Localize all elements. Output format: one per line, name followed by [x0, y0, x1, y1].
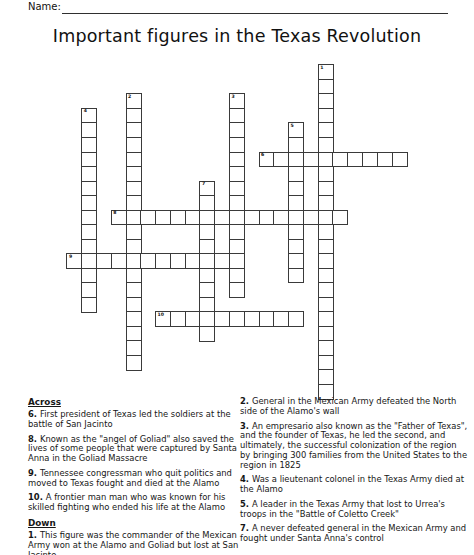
clue-number-label: 4	[84, 109, 87, 114]
clue-number-label: 7	[202, 182, 205, 187]
grid-cell[interactable]	[126, 268, 142, 284]
grid-cell[interactable]	[126, 224, 142, 240]
grid-cell[interactable]	[318, 210, 334, 226]
grid-cell[interactable]	[155, 253, 171, 269]
grid-cell[interactable]	[229, 108, 245, 124]
grid-cell[interactable]	[229, 239, 245, 255]
grid-cell[interactable]	[170, 311, 186, 327]
grid-cell[interactable]	[81, 137, 97, 153]
grid-cell[interactable]	[126, 326, 142, 342]
grid-cell[interactable]	[318, 152, 334, 168]
clue-number: 10.	[28, 492, 46, 502]
grid-cell[interactable]	[273, 311, 289, 327]
grid-cell[interactable]	[288, 195, 304, 211]
grid-cell[interactable]	[199, 311, 215, 327]
clue-number-label: 3	[231, 95, 234, 100]
grid-cell[interactable]: 1	[318, 64, 334, 80]
name-label: Name:	[28, 1, 61, 12]
grid-cell[interactable]	[244, 210, 260, 226]
grid-cell[interactable]	[318, 181, 334, 197]
grid-cell[interactable]	[170, 253, 186, 269]
grid-cell[interactable]	[318, 93, 334, 109]
grid-cell[interactable]	[318, 108, 334, 124]
grid-cell[interactable]	[318, 297, 334, 313]
grid-cell[interactable]	[214, 253, 230, 269]
grid-cell[interactable]	[259, 311, 275, 327]
grid-cell[interactable]	[318, 326, 334, 342]
grid-cell[interactable]	[111, 253, 127, 269]
grid-cell[interactable]	[288, 210, 304, 226]
grid-cell[interactable]	[229, 311, 245, 327]
grid-cell[interactable]	[318, 253, 334, 269]
grid-cell[interactable]	[347, 152, 363, 168]
clue-number: 3.	[240, 421, 252, 431]
grid-cell[interactable]: 10	[155, 311, 171, 327]
grid-cell[interactable]	[332, 152, 348, 168]
grid-cell[interactable]	[126, 108, 142, 124]
grid-cell[interactable]	[126, 355, 142, 371]
grid-cell[interactable]	[318, 239, 334, 255]
grid-cell[interactable]	[170, 210, 186, 226]
grid-cell[interactable]	[288, 137, 304, 153]
clue-across-6: 6. First president of Texas led the sold…	[28, 410, 239, 430]
clue-number: 9.	[28, 468, 40, 478]
grid-cell[interactable]	[288, 268, 304, 284]
clue-number-label: 9	[69, 255, 72, 260]
grid-cell[interactable]	[126, 152, 142, 168]
grid-cell[interactable]	[126, 195, 142, 211]
grid-cell[interactable]	[199, 253, 215, 269]
grid-cell[interactable]	[318, 282, 334, 298]
grid-cell[interactable]	[288, 166, 304, 182]
grid-cell[interactable]	[377, 152, 393, 168]
grid-cell[interactable]	[126, 137, 142, 153]
grid-cell[interactable]	[288, 224, 304, 240]
grid-cell[interactable]	[259, 210, 275, 226]
grid-cell[interactable]	[229, 282, 245, 298]
clue-across-8: 8. Known as the "angel of Goliad" also s…	[28, 435, 239, 464]
grid-cell[interactable]	[185, 311, 201, 327]
grid-cell[interactable]	[126, 297, 142, 313]
clue-down-5: 5. A leader in the Texas Army that lost …	[240, 500, 468, 520]
grid-cell[interactable]	[81, 195, 97, 211]
grid-cell[interactable]	[81, 152, 97, 168]
grid-cell[interactable]	[288, 311, 304, 327]
grid-cell[interactable]	[288, 239, 304, 255]
grid-cell[interactable]	[229, 166, 245, 182]
grid-cell[interactable]	[318, 311, 334, 327]
clues-column-left: Across6. First president of Texas led th…	[28, 397, 239, 555]
clues-column-right: 2. General in the Mexican Army defeated …	[240, 397, 468, 549]
grid-cell[interactable]	[81, 166, 97, 182]
clue-number-label: 8	[113, 211, 116, 216]
grid-cell[interactable]	[244, 311, 260, 327]
clue-number: 7.	[240, 523, 252, 533]
grid-cell[interactable]	[318, 137, 334, 153]
clue-number-label: 6	[261, 153, 264, 158]
clue-down-1: 1. This figure was the commander of the …	[28, 531, 239, 555]
grid-cell[interactable]	[126, 122, 142, 138]
grid-cell[interactable]	[96, 253, 112, 269]
grid-cell[interactable]	[318, 122, 334, 138]
grid-cell[interactable]	[303, 210, 319, 226]
grid-cell[interactable]	[318, 166, 334, 182]
name-blank-line[interactable]	[62, 13, 448, 14]
clue-down-2: 2. General in the Mexican Army defeated …	[240, 397, 468, 417]
grid-cell[interactable]	[318, 268, 334, 284]
grid-cell[interactable]: 5	[288, 122, 304, 138]
grid-cell[interactable]	[199, 210, 215, 226]
grid-cell[interactable]	[288, 152, 304, 168]
grid-cell[interactable]	[318, 355, 334, 371]
grid-cell[interactable]	[199, 195, 215, 211]
grid-cell[interactable]: 8	[111, 210, 127, 226]
grid-cell[interactable]	[229, 137, 245, 153]
grid-cell[interactable]	[318, 195, 334, 211]
clue-number-label: 1	[320, 66, 323, 71]
grid-cell[interactable]	[126, 340, 142, 356]
grid-cell[interactable]	[126, 311, 142, 327]
grid-cell[interactable]	[185, 253, 201, 269]
grid-cell[interactable]: 7	[199, 181, 215, 197]
clue-across-9: 9. Tennessee congressman who quit politi…	[28, 469, 239, 489]
puzzle-title: Important figures in the Texas Revolutio…	[0, 26, 474, 46]
grid-cell[interactable]	[288, 181, 304, 197]
grid-cell[interactable]	[332, 210, 348, 226]
grid-cell[interactable]	[81, 181, 97, 197]
grid-cell[interactable]	[81, 268, 97, 284]
grid-cell[interactable]	[288, 253, 304, 269]
grid-cell[interactable]	[126, 181, 142, 197]
grid-cell[interactable]	[140, 210, 156, 226]
grid-cell[interactable]	[303, 152, 319, 168]
grid-cell[interactable]	[199, 282, 215, 298]
clue-number-label: 10	[158, 313, 164, 318]
grid-cell[interactable]	[81, 210, 97, 226]
grid-cell[interactable]	[126, 282, 142, 298]
grid-cell[interactable]	[229, 195, 245, 211]
grid-cell[interactable]	[126, 239, 142, 255]
clue-down-4: 4. Was a lieutenant colonel in the Texas…	[240, 475, 468, 495]
grid-cell[interactable]	[81, 122, 97, 138]
clue-number: 6.	[28, 409, 40, 419]
grid-cell[interactable]	[229, 122, 245, 138]
clue-down-7: 7. A never defeated general in the Mexic…	[240, 524, 468, 544]
grid-cell[interactable]	[185, 210, 201, 226]
grid-cell[interactable]	[362, 152, 378, 168]
grid-cell[interactable]	[199, 326, 215, 342]
grid-cell[interactable]	[229, 210, 245, 226]
grid-cell[interactable]	[318, 369, 334, 385]
grid-cell[interactable]	[155, 210, 171, 226]
grid-cell[interactable]	[140, 253, 156, 269]
crossword-grid: 12345678910	[67, 65, 408, 400]
grid-cell[interactable]	[273, 152, 289, 168]
grid-cell[interactable]	[318, 224, 334, 240]
clue-down-3: 3. An empresario also known as the "Fath…	[240, 422, 468, 471]
grid-cell[interactable]	[229, 268, 245, 284]
grid-cell[interactable]	[81, 253, 97, 269]
grid-cell[interactable]	[229, 224, 245, 240]
grid-cell[interactable]	[214, 311, 230, 327]
grid-cell[interactable]	[199, 239, 215, 255]
grid-cell[interactable]: 2	[126, 93, 142, 109]
grid-cell[interactable]	[199, 224, 215, 240]
grid-cell[interactable]	[318, 340, 334, 356]
clue-number: 5.	[240, 499, 252, 509]
grid-cell[interactable]	[199, 268, 215, 284]
clue-number-label: 2	[128, 95, 131, 100]
grid-cell[interactable]	[214, 210, 230, 226]
clue-number-label: 5	[291, 124, 294, 129]
grid-cell[interactable]	[318, 79, 334, 95]
clue-across-10: 10. A frontier man man who was known for…	[28, 493, 239, 513]
grid-cell[interactable]	[229, 152, 245, 168]
grid-cell[interactable]: 9	[66, 253, 82, 269]
grid-cell[interactable]	[126, 253, 142, 269]
grid-cell[interactable]	[126, 166, 142, 182]
clue-number: 4.	[240, 474, 252, 484]
grid-cell[interactable]: 4	[81, 108, 97, 124]
grid-cell[interactable]	[199, 297, 215, 313]
grid-cell[interactable]	[392, 152, 408, 168]
grid-cell[interactable]	[81, 297, 97, 313]
worksheet-page: Name: Important figures in the Texas Rev…	[0, 0, 474, 555]
clue-number: 1.	[28, 530, 40, 540]
grid-cell[interactable]	[81, 282, 97, 298]
grid-cell[interactable]	[273, 210, 289, 226]
grid-cell[interactable]	[81, 239, 97, 255]
clue-number: 2.	[240, 396, 252, 406]
grid-cell[interactable]: 3	[229, 93, 245, 109]
grid-cell[interactable]	[229, 253, 245, 269]
section-header: Down	[28, 518, 239, 528]
grid-cell[interactable]	[126, 210, 142, 226]
grid-cell[interactable]	[81, 224, 97, 240]
grid-cell[interactable]: 6	[259, 152, 275, 168]
grid-cell[interactable]	[229, 181, 245, 197]
clue-number: 8.	[28, 434, 40, 444]
section-header: Across	[28, 397, 239, 407]
